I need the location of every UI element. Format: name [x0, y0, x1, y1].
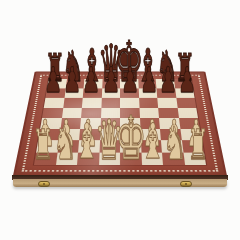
pieces-layer: ♜♞♝♛♚♝♞♜♟♟♟♟♟♟♟♟♟♟♟♟♟♟♟♟♜♞♝♛♚♝♞♜ — [0, 0, 240, 240]
chess-set-photo: ♜♞♝♛♚♝♞♜♟♟♟♟♟♟♟♟♟♟♟♟♟♟♟♟♜♞♝♛♚♝♞♜ — [0, 0, 240, 240]
piece-black-pawn-a7[interactable]: ♟ — [44, 61, 62, 96]
piece-black-pawn-g7[interactable]: ♟ — [159, 61, 177, 96]
piece-white-rook-a1[interactable]: ♜ — [32, 124, 54, 166]
piece-black-pawn-h7[interactable]: ♟ — [178, 61, 196, 96]
piece-white-knight-g1[interactable]: ♞ — [163, 120, 187, 166]
piece-white-bishop-f1[interactable]: ♝ — [141, 118, 166, 167]
piece-black-pawn-c7[interactable]: ♟ — [82, 61, 100, 96]
piece-black-pawn-f7[interactable]: ♟ — [139, 61, 157, 96]
piece-black-pawn-b7[interactable]: ♟ — [63, 61, 81, 96]
brass-hinge-right-icon — [180, 181, 192, 187]
piece-black-pawn-e7[interactable]: ♟ — [120, 61, 138, 96]
brass-hinge-left-icon — [38, 181, 50, 187]
piece-white-knight-b1[interactable]: ♞ — [53, 120, 77, 166]
piece-black-pawn-d7[interactable]: ♟ — [101, 61, 119, 96]
piece-white-rook-h1[interactable]: ♜ — [187, 124, 209, 166]
